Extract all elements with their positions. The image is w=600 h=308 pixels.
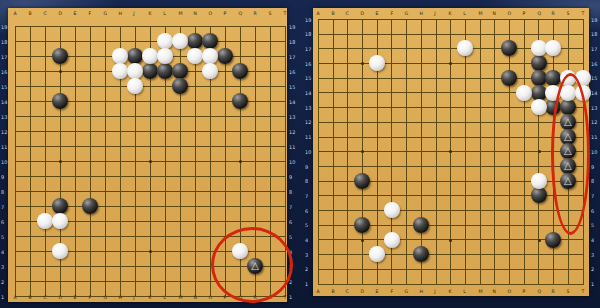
coordinate-label: 5 <box>1 233 4 239</box>
coordinate-label: 10 <box>1 158 7 164</box>
coordinate-label: 4 <box>1 248 4 254</box>
coordinate-label: T <box>581 11 584 16</box>
coordinate-label: 7 <box>289 203 292 209</box>
coordinate-label: 3 <box>591 251 594 257</box>
coordinate-label: L <box>463 289 466 294</box>
black-stone-N18 <box>187 33 203 49</box>
coordinate-label: H <box>118 11 122 16</box>
coordinate-label: J <box>133 295 134 300</box>
coordinate-label: 17 <box>591 46 597 52</box>
coordinate-label: 15 <box>289 83 295 89</box>
coordinate-label: L <box>163 295 166 300</box>
white-stone-F4 <box>384 232 400 248</box>
white-stone-H17 <box>112 48 128 64</box>
coordinate-label: J <box>434 11 435 16</box>
coordinate-label: 1 <box>305 281 308 287</box>
coordinate-label: 3 <box>1 263 4 269</box>
coordinate-label: 5 <box>289 233 292 239</box>
coordinate-label: T <box>581 289 584 294</box>
coordinate-label: 19 <box>591 16 597 22</box>
coordinate-label: J <box>434 289 435 294</box>
coordinate-label: F <box>390 289 393 294</box>
coordinate-label: E <box>73 295 76 300</box>
black-stone-F7 <box>82 198 98 214</box>
coordinate-label: 12 <box>289 128 295 134</box>
coordinate-label: 10 <box>305 148 311 154</box>
white-stone-J15 <box>127 78 143 94</box>
coordinate-label: 6 <box>1 218 4 224</box>
coordinate-label: 7 <box>305 193 308 199</box>
star-point <box>239 160 242 163</box>
coordinate-label: F <box>88 11 91 16</box>
coordinate-label: 6 <box>591 207 594 213</box>
coordinate-label: 19 <box>305 16 311 22</box>
coordinate-label: F <box>88 295 91 300</box>
coordinate-label: F <box>390 11 393 16</box>
coordinate-label: P <box>223 295 226 300</box>
black-stone-H3 <box>413 246 429 262</box>
coordinate-label: 11 <box>591 134 597 140</box>
black-stone-R15 <box>545 70 561 86</box>
screen: AABBCCDDEEFFGGHHJJKKLLMMNNOOPPQQRRSSTT△ … <box>0 0 600 308</box>
coordinate-label: 16 <box>591 60 597 66</box>
coordinate-label: P <box>522 11 525 16</box>
coordinate-label: 7 <box>1 203 4 209</box>
coordinate-label: 14 <box>289 98 295 104</box>
white-stone-E3 <box>369 246 385 262</box>
coordinate-label: D <box>361 11 365 16</box>
white-stone-K17 <box>142 48 158 64</box>
coordinate-label: 10 <box>289 158 295 164</box>
coordinate-label: K <box>148 11 151 16</box>
coordinate-label: 4 <box>591 237 594 243</box>
coordinate-label: 8 <box>305 178 308 184</box>
coordinate-label: H <box>118 295 122 300</box>
coordinate-label: Q <box>537 11 541 16</box>
coordinate-label: 11 <box>289 143 295 149</box>
coordinate-label: 9 <box>289 173 292 179</box>
coordinate-label: O <box>508 289 512 294</box>
black-stone-D7 <box>52 198 68 214</box>
coordinate-label: T <box>283 11 286 16</box>
white-stone-F6 <box>384 202 400 218</box>
coordinate-label: R <box>552 289 555 294</box>
coordinate-label: A <box>316 289 319 294</box>
white-stone-Q17 <box>531 40 547 56</box>
red-circle-annotation <box>211 227 293 303</box>
coordinate-label: S <box>566 289 569 294</box>
coordinate-label: L <box>163 11 166 16</box>
coordinate-label: 14 <box>591 90 597 96</box>
coordinate-label: 8 <box>591 178 594 184</box>
coordinate-label: 11 <box>305 134 311 140</box>
star-point <box>59 160 62 163</box>
coordinate-label: G <box>104 11 108 16</box>
black-stone-J17 <box>127 48 143 64</box>
black-stone-O18 <box>202 33 218 49</box>
coordinate-label: 19 <box>289 23 295 29</box>
coordinate-label: 15 <box>1 83 7 89</box>
white-stone-N17 <box>187 48 203 64</box>
coordinate-label: D <box>59 295 63 300</box>
coordinate-label: B <box>331 289 334 294</box>
coordinate-label: 1 <box>1 293 4 299</box>
coordinate-label: B <box>331 11 334 16</box>
coordinate-label: 17 <box>305 46 311 52</box>
coordinate-label: N <box>493 11 497 16</box>
coordinate-label: 5 <box>305 222 308 228</box>
coordinate-label: P <box>223 11 226 16</box>
coordinate-label: 12 <box>305 119 311 125</box>
coordinate-label: R <box>253 11 256 16</box>
coordinate-label: 14 <box>1 98 7 104</box>
coordinate-label: H <box>419 289 423 294</box>
black-stone-Q14 <box>531 85 547 101</box>
black-stone-M16 <box>172 63 188 79</box>
coordinate-label: 1 <box>289 293 292 299</box>
black-stone-Q7 <box>531 187 547 203</box>
white-stone-C6 <box>37 213 53 229</box>
white-stone-L17 <box>157 48 173 64</box>
coordinate-label: 18 <box>305 31 311 37</box>
black-stone-D14 <box>52 93 68 109</box>
coordinate-label: E <box>73 11 76 16</box>
coordinate-label: 8 <box>1 188 4 194</box>
star-point <box>149 160 152 163</box>
coordinate-label: 13 <box>305 104 311 110</box>
coordinate-label: 9 <box>1 173 4 179</box>
coordinate-label: H <box>419 11 423 16</box>
coordinate-label: D <box>361 289 365 294</box>
black-stone-D17 <box>52 48 68 64</box>
star-point <box>149 250 152 253</box>
star-point <box>538 150 541 153</box>
coordinate-label: L <box>463 11 466 16</box>
white-stone-J16 <box>127 63 143 79</box>
coordinate-label: S <box>268 11 271 16</box>
coordinate-label: O <box>209 295 213 300</box>
coordinate-label: D <box>59 11 63 16</box>
black-stone-Q16 <box>531 55 547 71</box>
coordinate-label: R <box>552 11 555 16</box>
go-board-right[interactable]: AABBCCDDEEFFGGHHJJKKLLMMNNOOPPQQRRSSTT△△… <box>313 8 589 296</box>
coordinate-label: C <box>346 289 349 294</box>
coordinate-label: 2 <box>591 266 594 272</box>
coordinate-label: K <box>449 289 452 294</box>
black-stone-L16 <box>157 63 173 79</box>
coordinate-label: N <box>493 289 497 294</box>
coordinate-label: K <box>449 11 452 16</box>
coordinate-label: 13 <box>591 104 597 110</box>
coordinate-label: 18 <box>1 38 7 44</box>
coordinate-label: 16 <box>1 68 7 74</box>
white-stone-E16 <box>369 55 385 71</box>
coordinate-label: Q <box>537 289 541 294</box>
coordinate-label: 7 <box>591 193 594 199</box>
coordinate-label: 2 <box>1 278 4 284</box>
coordinate-label: 19 <box>1 23 7 29</box>
coordinate-label: G <box>104 295 108 300</box>
coordinate-label: A <box>316 11 319 16</box>
coordinate-label: G <box>405 11 409 16</box>
coordinate-label: 13 <box>1 113 7 119</box>
coordinate-label: S <box>566 11 569 16</box>
white-stone-D4 <box>52 243 68 259</box>
black-stone-P17 <box>217 48 233 64</box>
white-stone-D6 <box>52 213 68 229</box>
coordinate-label: C <box>346 11 349 16</box>
white-stone-P14 <box>516 85 532 101</box>
coordinate-label: 12 <box>591 119 597 125</box>
star-point <box>538 239 541 242</box>
coordinate-label: 2 <box>305 266 308 272</box>
black-stone-O15 <box>501 70 517 86</box>
coordinate-label: K <box>148 295 151 300</box>
white-stone-O17 <box>202 48 218 64</box>
coordinate-label: C <box>43 295 46 300</box>
coordinate-label: 15 <box>305 75 311 81</box>
coordinate-label: 3 <box>305 251 308 257</box>
black-stone-Q15 <box>531 70 547 86</box>
coordinate-label: 12 <box>1 128 7 134</box>
coordinate-label: 6 <box>289 218 292 224</box>
black-stone-D5 <box>354 217 370 233</box>
white-stone-O16 <box>202 63 218 79</box>
black-stone-Q14 <box>232 93 248 109</box>
coordinate-label: 11 <box>1 143 7 149</box>
coordinate-label: 8 <box>289 188 292 194</box>
coordinate-label: A <box>13 295 16 300</box>
coordinate-label: E <box>375 11 378 16</box>
coordinate-label: M <box>478 289 482 294</box>
coordinate-label: T <box>283 295 286 300</box>
coordinate-label: 18 <box>591 31 597 37</box>
white-stone-L18 <box>157 33 173 49</box>
coordinate-label: O <box>508 11 512 16</box>
coordinate-label: 6 <box>305 207 308 213</box>
coordinate-label: E <box>375 289 378 294</box>
star-point <box>449 239 452 242</box>
black-stone-K16 <box>142 63 158 79</box>
black-stone-D8 <box>354 173 370 189</box>
coordinate-label: M <box>179 11 183 16</box>
coordinate-label: 18 <box>289 38 295 44</box>
coordinate-label: 5 <box>591 222 594 228</box>
coordinate-label: B <box>28 11 31 16</box>
black-stone-M15 <box>172 78 188 94</box>
coordinate-label: 16 <box>305 60 311 66</box>
coordinate-label: 17 <box>289 53 295 59</box>
coordinate-label: 10 <box>591 148 597 154</box>
coordinate-label: Q <box>239 11 243 16</box>
black-stone-Q16 <box>232 63 248 79</box>
coordinate-label: 1 <box>591 281 594 287</box>
star-point <box>59 70 62 73</box>
white-stone-Q13 <box>531 99 547 115</box>
coordinate-label: G <box>405 289 409 294</box>
coordinate-label: 14 <box>305 90 311 96</box>
black-stone-H5 <box>413 217 429 233</box>
coordinate-label: C <box>43 11 46 16</box>
coordinate-label: P <box>522 289 525 294</box>
coordinate-label: 16 <box>289 68 295 74</box>
black-stone-R4 <box>545 232 561 248</box>
coordinate-label: M <box>478 11 482 16</box>
coordinate-label: J <box>133 11 134 16</box>
coordinate-label: 15 <box>591 75 597 81</box>
coordinate-label: N <box>193 295 197 300</box>
coordinate-label: B <box>28 295 31 300</box>
star-point <box>361 239 364 242</box>
coordinate-label: N <box>193 11 197 16</box>
coordinate-label: O <box>209 11 213 16</box>
white-stone-Q8 <box>531 173 547 189</box>
coordinate-label: M <box>179 295 183 300</box>
coordinate-label: 9 <box>305 163 308 169</box>
coordinate-label: A <box>13 11 16 16</box>
white-stone-M18 <box>172 33 188 49</box>
coordinate-label: 9 <box>591 163 594 169</box>
white-stone-H16 <box>112 63 128 79</box>
coordinate-label: 17 <box>1 53 7 59</box>
coordinate-label: 4 <box>305 237 308 243</box>
coordinate-label: 13 <box>289 113 295 119</box>
